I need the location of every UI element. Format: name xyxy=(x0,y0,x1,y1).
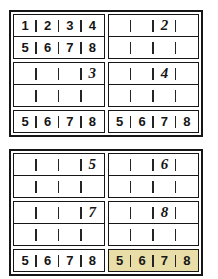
grid-row: 5 6 7 8 xyxy=(109,250,199,271)
worksheet-page: 1 2 3 4 5 6 7 8 3 xyxy=(0,0,218,279)
grid-row: 4 xyxy=(109,63,199,84)
cell[interactable] xyxy=(131,85,153,106)
row-group: 5 6 7 8 xyxy=(13,110,105,133)
cell[interactable] xyxy=(176,224,198,245)
row-group: 2 xyxy=(108,14,200,59)
cell[interactable] xyxy=(176,176,198,197)
worksheet-panel-bottom: 5 7 xyxy=(9,149,203,276)
cell[interactable] xyxy=(109,63,131,84)
cell[interactable] xyxy=(176,15,198,36)
cell[interactable] xyxy=(153,224,175,245)
clue-cell[interactable]: 4 xyxy=(153,63,175,84)
cell[interactable] xyxy=(14,176,36,197)
grid-row xyxy=(109,223,199,245)
cell[interactable] xyxy=(59,224,81,245)
cell[interactable]: 6 xyxy=(131,250,153,271)
cell[interactable] xyxy=(176,37,198,58)
grid-row: 6 xyxy=(109,154,199,175)
cell[interactable] xyxy=(81,224,103,245)
grid-row: 5 6 7 8 xyxy=(14,36,104,58)
cell[interactable]: 8 xyxy=(81,250,103,271)
cell[interactable]: 5 xyxy=(109,111,131,132)
cell[interactable] xyxy=(14,202,36,223)
row-group: 8 xyxy=(108,201,200,246)
clue-cell[interactable]: 6 xyxy=(153,154,175,175)
cell[interactable] xyxy=(36,85,58,106)
cell[interactable] xyxy=(59,85,81,106)
cell[interactable] xyxy=(109,176,131,197)
cell[interactable]: 7 xyxy=(59,250,81,271)
grid-row: 7 xyxy=(14,202,104,223)
clue-cell[interactable]: 2 xyxy=(153,15,175,36)
cell[interactable]: 5 xyxy=(14,37,36,58)
cell[interactable] xyxy=(176,202,198,223)
highlighted-answer-row-group: 5 6 7 8 xyxy=(108,249,200,272)
cell[interactable]: 7 xyxy=(153,111,175,132)
cell[interactable] xyxy=(131,37,153,58)
grid-row xyxy=(14,223,104,245)
cell[interactable] xyxy=(109,154,131,175)
clue-cell[interactable]: 3 xyxy=(81,63,103,84)
grid-row: 5 xyxy=(14,154,104,175)
cell[interactable]: 6 xyxy=(131,111,153,132)
cell[interactable] xyxy=(36,154,58,175)
grid-row: 3 xyxy=(14,63,104,84)
cell[interactable]: 2 xyxy=(36,15,58,36)
cell[interactable] xyxy=(153,176,175,197)
row-group: 1 2 3 4 5 6 7 8 xyxy=(13,14,105,59)
cell[interactable]: 1 xyxy=(14,15,36,36)
row-group: 3 xyxy=(13,62,105,107)
cell[interactable] xyxy=(14,85,36,106)
cell[interactable]: 8 xyxy=(81,111,103,132)
grid-row xyxy=(109,175,199,197)
cell[interactable] xyxy=(153,37,175,58)
row-group: 5 xyxy=(13,153,105,198)
grid-row: 2 xyxy=(109,15,199,36)
cell[interactable] xyxy=(131,15,153,36)
cell[interactable] xyxy=(109,202,131,223)
cell[interactable] xyxy=(14,224,36,245)
cell[interactable]: 4 xyxy=(81,15,103,36)
cell[interactable] xyxy=(109,224,131,245)
cell[interactable] xyxy=(59,202,81,223)
row-group: 5 6 7 8 xyxy=(13,249,105,272)
cell[interactable]: 5 xyxy=(14,111,36,132)
grid-row: 8 xyxy=(109,202,199,223)
cell[interactable] xyxy=(36,63,58,84)
cell[interactable]: 7 xyxy=(59,111,81,132)
cell[interactable] xyxy=(109,15,131,36)
worksheet-panel-top: 1 2 3 4 5 6 7 8 3 xyxy=(9,10,203,137)
grid-row: 5 6 7 8 xyxy=(14,250,104,271)
cell[interactable]: 6 xyxy=(36,37,58,58)
cell[interactable] xyxy=(81,176,103,197)
grid-row xyxy=(109,84,199,106)
cell[interactable]: 5 xyxy=(109,250,131,271)
cell[interactable] xyxy=(131,202,153,223)
cell[interactable] xyxy=(14,63,36,84)
row-group: 7 xyxy=(13,201,105,246)
cell[interactable] xyxy=(131,176,153,197)
cell[interactable]: 7 xyxy=(59,37,81,58)
cell[interactable] xyxy=(153,85,175,106)
cell[interactable]: 6 xyxy=(36,111,58,132)
row-group: 6 xyxy=(108,153,200,198)
cell[interactable]: 3 xyxy=(59,15,81,36)
cell[interactable]: 8 xyxy=(176,111,198,132)
cell[interactable] xyxy=(59,63,81,84)
cell[interactable] xyxy=(109,37,131,58)
grid-row: 5 6 7 8 xyxy=(109,111,199,132)
cell[interactable]: 6 xyxy=(36,250,58,271)
row-group: 5 6 7 8 xyxy=(108,110,200,133)
cell[interactable]: 8 xyxy=(176,250,198,271)
cell[interactable] xyxy=(131,154,153,175)
cell[interactable] xyxy=(14,154,36,175)
cell[interactable] xyxy=(59,176,81,197)
grid-row xyxy=(14,175,104,197)
clue-cell[interactable]: 7 xyxy=(81,202,103,223)
cell[interactable] xyxy=(176,63,198,84)
grid-row: 5 6 7 8 xyxy=(14,111,104,132)
grid-row xyxy=(14,84,104,106)
cell[interactable] xyxy=(176,85,198,106)
clue-cell[interactable]: 8 xyxy=(153,202,175,223)
cell[interactable] xyxy=(109,85,131,106)
cell[interactable] xyxy=(36,176,58,197)
cell[interactable] xyxy=(131,224,153,245)
cell[interactable] xyxy=(36,202,58,223)
cell[interactable] xyxy=(176,154,198,175)
cell[interactable] xyxy=(59,154,81,175)
cell[interactable] xyxy=(131,63,153,84)
cell[interactable] xyxy=(81,85,103,106)
grid-row: 1 2 3 4 xyxy=(14,15,104,36)
row-group: 4 xyxy=(108,62,200,107)
cell[interactable]: 7 xyxy=(153,250,175,271)
grid-row xyxy=(109,36,199,58)
cell[interactable]: 8 xyxy=(81,37,103,58)
cell[interactable]: 5 xyxy=(14,250,36,271)
clue-cell[interactable]: 5 xyxy=(81,154,103,175)
cell[interactable] xyxy=(36,224,58,245)
